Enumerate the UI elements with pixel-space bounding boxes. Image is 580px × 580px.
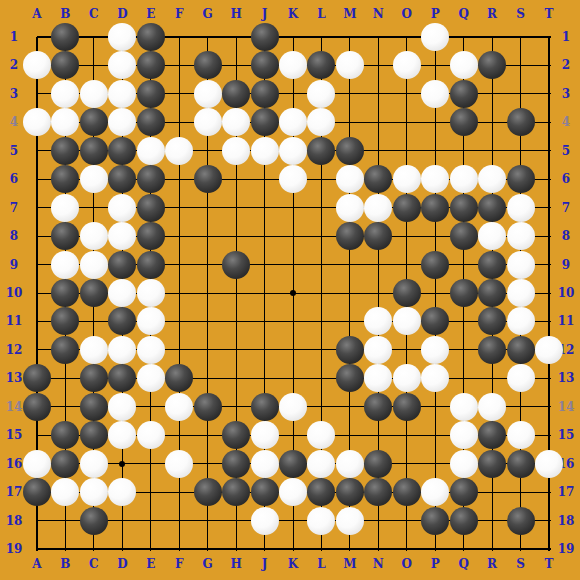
white-stone-J16[interactable] — [251, 450, 279, 478]
black-stone-B15[interactable] — [51, 421, 79, 449]
black-stone-C4[interactable] — [80, 108, 108, 136]
row-label-16: 16 — [6, 458, 23, 470]
white-stone-F5[interactable] — [165, 137, 193, 165]
black-stone-C18[interactable] — [80, 507, 108, 535]
white-stone-C12[interactable] — [80, 336, 108, 364]
white-stone-A2[interactable] — [23, 51, 51, 79]
white-stone-N13[interactable] — [364, 364, 392, 392]
row-label-3: 3 — [562, 88, 570, 100]
black-stone-D11[interactable] — [108, 307, 136, 335]
black-stone-C10[interactable] — [80, 279, 108, 307]
column-label-O: O — [402, 8, 412, 20]
row-label-8: 8 — [562, 230, 570, 242]
row-label-15: 15 — [558, 429, 575, 441]
row-label-5: 5 — [562, 145, 570, 157]
column-label-N: N — [373, 8, 384, 20]
black-stone-Q7[interactable] — [450, 194, 478, 222]
row-label-7: 7 — [562, 202, 570, 214]
white-stone-P13[interactable] — [421, 364, 449, 392]
black-stone-R7[interactable] — [478, 194, 506, 222]
black-stone-B10[interactable] — [51, 279, 79, 307]
black-stone-G17[interactable] — [194, 478, 222, 506]
row-label-2: 2 — [562, 59, 570, 71]
black-stone-P9[interactable] — [421, 251, 449, 279]
row-label-14: 14 — [558, 401, 575, 413]
black-stone-E4[interactable] — [137, 108, 165, 136]
white-stone-M18[interactable] — [336, 507, 364, 535]
white-stone-F16[interactable] — [165, 450, 193, 478]
white-stone-L3[interactable] — [307, 80, 335, 108]
white-stone-C3[interactable] — [80, 80, 108, 108]
star-point-K10 — [290, 290, 296, 296]
white-stone-D15[interactable] — [108, 421, 136, 449]
black-stone-S18[interactable] — [507, 507, 535, 535]
white-stone-Q15[interactable] — [450, 421, 478, 449]
go-board[interactable]: AABBCCDDEEFFGGHHJJKKLLMMNNOOPPQQRRSSTT11… — [0, 0, 580, 580]
black-stone-J2[interactable] — [251, 51, 279, 79]
black-stone-D5[interactable] — [108, 137, 136, 165]
white-stone-K6[interactable] — [279, 165, 307, 193]
black-stone-G2[interactable] — [194, 51, 222, 79]
column-label-R: R — [487, 558, 497, 570]
white-stone-P3[interactable] — [421, 80, 449, 108]
black-stone-Q10[interactable] — [450, 279, 478, 307]
white-stone-S13[interactable] — [507, 364, 535, 392]
white-stone-M16[interactable] — [336, 450, 364, 478]
black-stone-M13[interactable] — [336, 364, 364, 392]
white-stone-Q2[interactable] — [450, 51, 478, 79]
row-label-17: 17 — [558, 486, 575, 498]
white-stone-D10[interactable] — [108, 279, 136, 307]
black-stone-A17[interactable] — [23, 478, 51, 506]
white-stone-L15[interactable] — [307, 421, 335, 449]
white-stone-K14[interactable] — [279, 393, 307, 421]
column-label-H: H — [230, 8, 241, 20]
row-label-7: 7 — [10, 202, 18, 214]
row-label-10: 10 — [6, 287, 23, 299]
white-stone-C9[interactable] — [80, 251, 108, 279]
row-label-6: 6 — [10, 173, 18, 185]
column-label-M: M — [343, 8, 356, 20]
black-stone-A13[interactable] — [23, 364, 51, 392]
column-label-K: K — [288, 558, 298, 570]
row-label-11: 11 — [558, 315, 575, 327]
white-stone-D2[interactable] — [108, 51, 136, 79]
black-stone-R12[interactable] — [478, 336, 506, 364]
white-stone-K4[interactable] — [279, 108, 307, 136]
white-stone-C6[interactable] — [80, 165, 108, 193]
black-stone-B8[interactable] — [51, 222, 79, 250]
white-stone-E15[interactable] — [137, 421, 165, 449]
white-stone-G4[interactable] — [194, 108, 222, 136]
black-stone-L2[interactable] — [307, 51, 335, 79]
black-stone-E9[interactable] — [137, 251, 165, 279]
black-stone-S12[interactable] — [507, 336, 535, 364]
white-stone-S15[interactable] — [507, 421, 535, 449]
white-stone-E12[interactable] — [137, 336, 165, 364]
row-label-2: 2 — [10, 59, 18, 71]
column-label-N: N — [373, 558, 384, 570]
white-stone-Q14[interactable] — [450, 393, 478, 421]
column-label-B: B — [60, 8, 70, 20]
row-label-1: 1 — [562, 31, 570, 43]
black-stone-F13[interactable] — [165, 364, 193, 392]
white-stone-T12[interactable] — [535, 336, 563, 364]
column-label-A: A — [32, 558, 41, 570]
white-stone-F14[interactable] — [165, 393, 193, 421]
row-label-10: 10 — [558, 287, 575, 299]
row-label-5: 5 — [10, 145, 18, 157]
white-stone-M6[interactable] — [336, 165, 364, 193]
white-stone-O6[interactable] — [393, 165, 421, 193]
white-stone-B3[interactable] — [51, 80, 79, 108]
black-stone-C15[interactable] — [80, 421, 108, 449]
white-stone-O13[interactable] — [393, 364, 421, 392]
white-stone-B4[interactable] — [51, 108, 79, 136]
black-stone-Q4[interactable] — [450, 108, 478, 136]
black-stone-E8[interactable] — [137, 222, 165, 250]
white-stone-B7[interactable] — [51, 194, 79, 222]
column-label-E: E — [146, 8, 155, 20]
row-label-9: 9 — [562, 259, 570, 271]
white-stone-E10[interactable] — [137, 279, 165, 307]
white-stone-J18[interactable] — [251, 507, 279, 535]
white-stone-G3[interactable] — [194, 80, 222, 108]
white-stone-C16[interactable] — [80, 450, 108, 478]
white-stone-O2[interactable] — [393, 51, 421, 79]
black-stone-H3[interactable] — [222, 80, 250, 108]
black-stone-N14[interactable] — [364, 393, 392, 421]
white-stone-D1[interactable] — [108, 23, 136, 51]
row-label-17: 17 — [6, 486, 23, 498]
black-stone-M8[interactable] — [336, 222, 364, 250]
white-stone-C8[interactable] — [80, 222, 108, 250]
row-label-19: 19 — [558, 543, 575, 555]
white-stone-A16[interactable] — [23, 450, 51, 478]
row-label-15: 15 — [6, 429, 23, 441]
black-stone-B11[interactable] — [51, 307, 79, 335]
black-stone-O17[interactable] — [393, 478, 421, 506]
black-stone-B2[interactable] — [51, 51, 79, 79]
white-stone-O11[interactable] — [393, 307, 421, 335]
black-stone-D13[interactable] — [108, 364, 136, 392]
black-stone-R2[interactable] — [478, 51, 506, 79]
white-stone-P17[interactable] — [421, 478, 449, 506]
black-stone-P7[interactable] — [421, 194, 449, 222]
white-stone-L16[interactable] — [307, 450, 335, 478]
white-stone-L18[interactable] — [307, 507, 335, 535]
column-label-R: R — [487, 8, 497, 20]
black-stone-H15[interactable] — [222, 421, 250, 449]
row-label-1: 1 — [10, 31, 18, 43]
black-stone-J1[interactable] — [251, 23, 279, 51]
white-stone-C17[interactable] — [80, 478, 108, 506]
black-stone-A14[interactable] — [23, 393, 51, 421]
white-stone-S9[interactable] — [507, 251, 535, 279]
white-stone-T16[interactable] — [535, 450, 563, 478]
white-stone-B9[interactable] — [51, 251, 79, 279]
black-stone-R11[interactable] — [478, 307, 506, 335]
black-stone-P18[interactable] — [421, 507, 449, 535]
column-label-Q: Q — [458, 558, 468, 570]
grid-line-horizontal — [37, 548, 551, 550]
black-stone-G6[interactable] — [194, 165, 222, 193]
white-stone-E13[interactable] — [137, 364, 165, 392]
column-label-O: O — [402, 558, 412, 570]
white-stone-K17[interactable] — [279, 478, 307, 506]
white-stone-P1[interactable] — [421, 23, 449, 51]
column-label-P: P — [431, 558, 440, 570]
row-label-18: 18 — [558, 515, 575, 527]
black-stone-G14[interactable] — [194, 393, 222, 421]
row-label-9: 9 — [10, 259, 18, 271]
grid-line-vertical — [435, 37, 436, 551]
black-stone-N6[interactable] — [364, 165, 392, 193]
black-stone-B1[interactable] — [51, 23, 79, 51]
black-stone-N17[interactable] — [364, 478, 392, 506]
black-stone-O14[interactable] — [393, 393, 421, 421]
white-stone-H4[interactable] — [222, 108, 250, 136]
column-label-Q: Q — [458, 8, 468, 20]
black-stone-H16[interactable] — [222, 450, 250, 478]
black-stone-D6[interactable] — [108, 165, 136, 193]
black-stone-C14[interactable] — [80, 393, 108, 421]
black-stone-N8[interactable] — [364, 222, 392, 250]
column-label-P: P — [431, 8, 440, 20]
white-stone-S10[interactable] — [507, 279, 535, 307]
row-label-8: 8 — [10, 230, 18, 242]
black-stone-L5[interactable] — [307, 137, 335, 165]
column-label-C: C — [89, 8, 99, 20]
row-label-19: 19 — [6, 543, 23, 555]
row-label-3: 3 — [10, 88, 18, 100]
black-stone-J17[interactable] — [251, 478, 279, 506]
black-stone-O10[interactable] — [393, 279, 421, 307]
black-stone-H17[interactable] — [222, 478, 250, 506]
row-label-14: 14 — [6, 401, 23, 413]
black-stone-B12[interactable] — [51, 336, 79, 364]
white-stone-J5[interactable] — [251, 137, 279, 165]
white-stone-R8[interactable] — [478, 222, 506, 250]
white-stone-H5[interactable] — [222, 137, 250, 165]
column-label-C: C — [89, 558, 99, 570]
black-stone-B5[interactable] — [51, 137, 79, 165]
column-label-D: D — [117, 558, 127, 570]
black-stone-M5[interactable] — [336, 137, 364, 165]
black-stone-E1[interactable] — [137, 23, 165, 51]
black-stone-R16[interactable] — [478, 450, 506, 478]
white-stone-N12[interactable] — [364, 336, 392, 364]
black-stone-Q18[interactable] — [450, 507, 478, 535]
black-stone-H9[interactable] — [222, 251, 250, 279]
row-label-11: 11 — [6, 315, 23, 327]
column-label-E: E — [146, 558, 155, 570]
row-label-4: 4 — [562, 116, 570, 128]
black-stone-O7[interactable] — [393, 194, 421, 222]
black-stone-M17[interactable] — [336, 478, 364, 506]
white-stone-P6[interactable] — [421, 165, 449, 193]
row-label-12: 12 — [6, 344, 23, 356]
black-stone-N16[interactable] — [364, 450, 392, 478]
column-label-M: M — [343, 558, 356, 570]
white-stone-D4[interactable] — [108, 108, 136, 136]
black-stone-C13[interactable] — [80, 364, 108, 392]
white-stone-S8[interactable] — [507, 222, 535, 250]
column-label-D: D — [117, 8, 127, 20]
white-stone-N11[interactable] — [364, 307, 392, 335]
black-stone-S4[interactable] — [507, 108, 535, 136]
white-stone-N7[interactable] — [364, 194, 392, 222]
black-stone-Q3[interactable] — [450, 80, 478, 108]
black-stone-E7[interactable] — [137, 194, 165, 222]
white-stone-K5[interactable] — [279, 137, 307, 165]
white-stone-D17[interactable] — [108, 478, 136, 506]
white-stone-B17[interactable] — [51, 478, 79, 506]
column-label-B: B — [60, 558, 70, 570]
black-stone-R15[interactable] — [478, 421, 506, 449]
white-stone-J15[interactable] — [251, 421, 279, 449]
black-stone-E6[interactable] — [137, 165, 165, 193]
white-stone-S7[interactable] — [507, 194, 535, 222]
white-stone-D12[interactable] — [108, 336, 136, 364]
row-label-13: 13 — [6, 372, 23, 384]
white-stone-M7[interactable] — [336, 194, 364, 222]
white-stone-P12[interactable] — [421, 336, 449, 364]
black-stone-B6[interactable] — [51, 165, 79, 193]
black-stone-L17[interactable] — [307, 478, 335, 506]
black-stone-S16[interactable] — [507, 450, 535, 478]
column-label-H: H — [230, 558, 241, 570]
white-stone-R6[interactable] — [478, 165, 506, 193]
black-stone-E2[interactable] — [137, 51, 165, 79]
column-label-T: T — [545, 8, 554, 20]
column-label-K: K — [288, 8, 298, 20]
black-stone-R9[interactable] — [478, 251, 506, 279]
black-stone-D9[interactable] — [108, 251, 136, 279]
row-label-4: 4 — [10, 116, 18, 128]
black-stone-J4[interactable] — [251, 108, 279, 136]
column-label-L: L — [317, 8, 325, 20]
white-stone-D7[interactable] — [108, 194, 136, 222]
column-label-A: A — [32, 8, 41, 20]
white-stone-Q6[interactable] — [450, 165, 478, 193]
column-label-S: S — [516, 8, 525, 20]
black-stone-B16[interactable] — [51, 450, 79, 478]
black-stone-R10[interactable] — [478, 279, 506, 307]
column-label-F: F — [175, 558, 184, 570]
column-label-L: L — [317, 558, 325, 570]
white-stone-E5[interactable] — [137, 137, 165, 165]
black-stone-Q17[interactable] — [450, 478, 478, 506]
column-label-S: S — [516, 558, 525, 570]
row-label-18: 18 — [6, 515, 23, 527]
black-stone-E3[interactable] — [137, 80, 165, 108]
black-stone-J3[interactable] — [251, 80, 279, 108]
column-label-J: J — [262, 558, 268, 570]
black-stone-M12[interactable] — [336, 336, 364, 364]
white-stone-K2[interactable] — [279, 51, 307, 79]
column-label-T: T — [545, 558, 554, 570]
black-stone-P11[interactable] — [421, 307, 449, 335]
row-label-13: 13 — [558, 372, 575, 384]
star-point-D16 — [119, 461, 125, 467]
column-label-F: F — [175, 8, 184, 20]
black-stone-S6[interactable] — [507, 165, 535, 193]
black-stone-Q8[interactable] — [450, 222, 478, 250]
white-stone-E11[interactable] — [137, 307, 165, 335]
white-stone-M2[interactable] — [336, 51, 364, 79]
white-stone-A4[interactable] — [23, 108, 51, 136]
white-stone-S11[interactable] — [507, 307, 535, 335]
row-label-6: 6 — [562, 173, 570, 185]
white-stone-D8[interactable] — [108, 222, 136, 250]
white-stone-D14[interactable] — [108, 393, 136, 421]
white-stone-Q16[interactable] — [450, 450, 478, 478]
column-label-G: G — [203, 8, 213, 20]
column-label-J: J — [262, 8, 268, 20]
column-label-G: G — [203, 558, 213, 570]
black-stone-J14[interactable] — [251, 393, 279, 421]
black-stone-C5[interactable] — [80, 137, 108, 165]
white-stone-R14[interactable] — [478, 393, 506, 421]
white-stone-D3[interactable] — [108, 80, 136, 108]
black-stone-K16[interactable] — [279, 450, 307, 478]
white-stone-L4[interactable] — [307, 108, 335, 136]
